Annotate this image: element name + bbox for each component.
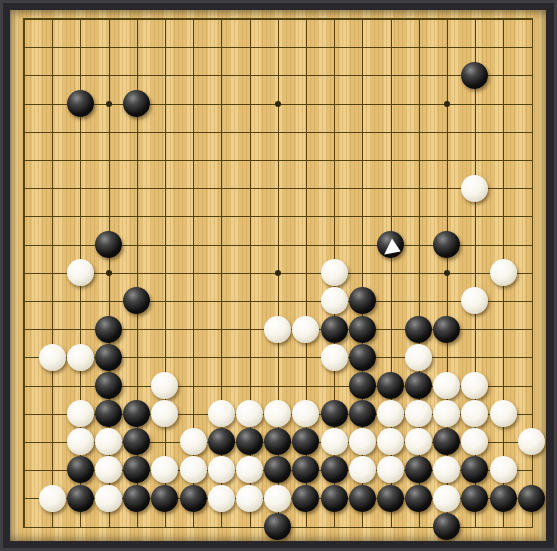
intersection[interactable]	[348, 118, 376, 146]
intersection[interactable]	[235, 5, 263, 33]
intersection[interactable]	[433, 202, 461, 230]
intersection[interactable]	[235, 230, 263, 258]
intersection[interactable]	[94, 146, 122, 174]
intersection[interactable]	[348, 287, 376, 315]
intersection[interactable]	[320, 287, 348, 315]
intersection[interactable]	[489, 118, 517, 146]
intersection[interactable]	[151, 287, 179, 315]
intersection[interactable]	[94, 230, 122, 258]
intersection[interactable]	[405, 146, 433, 174]
intersection[interactable]	[179, 315, 207, 343]
intersection[interactable]	[376, 118, 404, 146]
intersection[interactable]	[235, 484, 263, 512]
intersection[interactable]	[264, 61, 292, 89]
intersection[interactable]	[94, 371, 122, 399]
intersection[interactable]	[405, 33, 433, 61]
intersection[interactable]	[66, 118, 94, 146]
intersection[interactable]	[179, 456, 207, 484]
intersection[interactable]	[292, 428, 320, 456]
intersection[interactable]	[517, 343, 545, 371]
intersection[interactable]	[179, 174, 207, 202]
intersection[interactable]	[461, 146, 489, 174]
intersection[interactable]	[179, 484, 207, 512]
intersection[interactable]	[405, 259, 433, 287]
intersection[interactable]	[292, 484, 320, 512]
intersection[interactable]	[292, 371, 320, 399]
intersection[interactable]	[405, 61, 433, 89]
intersection[interactable]	[376, 343, 404, 371]
intersection[interactable]	[348, 371, 376, 399]
intersection[interactable]	[320, 202, 348, 230]
intersection[interactable]	[10, 428, 38, 456]
intersection[interactable]	[66, 512, 94, 540]
intersection[interactable]	[94, 33, 122, 61]
intersection[interactable]	[264, 89, 292, 117]
intersection[interactable]	[123, 484, 151, 512]
intersection[interactable]	[94, 456, 122, 484]
intersection[interactable]	[433, 230, 461, 258]
intersection[interactable]	[320, 343, 348, 371]
intersection[interactable]	[66, 5, 94, 33]
intersection[interactable]	[207, 400, 235, 428]
intersection[interactable]	[151, 484, 179, 512]
intersection[interactable]	[235, 146, 263, 174]
intersection[interactable]	[489, 89, 517, 117]
intersection[interactable]	[320, 484, 348, 512]
intersection[interactable]	[94, 174, 122, 202]
intersection[interactable]	[151, 202, 179, 230]
intersection[interactable]	[207, 5, 235, 33]
intersection[interactable]	[235, 512, 263, 540]
intersection[interactable]	[207, 512, 235, 540]
intersection[interactable]	[433, 484, 461, 512]
intersection[interactable]	[461, 512, 489, 540]
intersection[interactable]	[38, 61, 66, 89]
intersection[interactable]	[461, 287, 489, 315]
intersection[interactable]	[320, 61, 348, 89]
intersection[interactable]	[235, 259, 263, 287]
intersection[interactable]	[264, 371, 292, 399]
intersection[interactable]	[489, 456, 517, 484]
intersection[interactable]	[207, 371, 235, 399]
intersection[interactable]	[235, 118, 263, 146]
intersection[interactable]	[207, 61, 235, 89]
intersection[interactable]	[94, 315, 122, 343]
intersection[interactable]	[489, 371, 517, 399]
intersection[interactable]	[405, 202, 433, 230]
intersection[interactable]	[66, 146, 94, 174]
intersection[interactable]	[376, 287, 404, 315]
intersection[interactable]	[151, 33, 179, 61]
intersection[interactable]	[405, 315, 433, 343]
intersection[interactable]	[235, 287, 263, 315]
intersection[interactable]	[123, 343, 151, 371]
intersection[interactable]	[10, 230, 38, 258]
intersection[interactable]	[320, 230, 348, 258]
intersection[interactable]	[292, 400, 320, 428]
intersection[interactable]	[94, 202, 122, 230]
intersection[interactable]	[235, 428, 263, 456]
intersection[interactable]	[461, 5, 489, 33]
intersection[interactable]	[235, 456, 263, 484]
intersection[interactable]	[66, 371, 94, 399]
intersection[interactable]	[123, 5, 151, 33]
intersection[interactable]	[376, 230, 404, 258]
intersection[interactable]	[264, 287, 292, 315]
intersection[interactable]	[348, 456, 376, 484]
intersection[interactable]	[10, 512, 38, 540]
intersection[interactable]	[207, 146, 235, 174]
intersection[interactable]	[405, 230, 433, 258]
intersection[interactable]	[10, 259, 38, 287]
intersection[interactable]	[292, 118, 320, 146]
intersection[interactable]	[123, 89, 151, 117]
intersection[interactable]	[433, 512, 461, 540]
intersection[interactable]	[292, 456, 320, 484]
intersection[interactable]	[489, 33, 517, 61]
intersection[interactable]	[123, 33, 151, 61]
intersection[interactable]	[151, 89, 179, 117]
intersection[interactable]	[207, 259, 235, 287]
intersection[interactable]	[517, 61, 545, 89]
intersection[interactable]	[123, 259, 151, 287]
intersection[interactable]	[94, 259, 122, 287]
intersection[interactable]	[517, 428, 545, 456]
intersection[interactable]	[123, 61, 151, 89]
intersection[interactable]	[320, 259, 348, 287]
intersection[interactable]	[264, 33, 292, 61]
intersection[interactable]	[179, 33, 207, 61]
intersection[interactable]	[292, 61, 320, 89]
intersection[interactable]	[10, 456, 38, 484]
intersection[interactable]	[38, 118, 66, 146]
intersection[interactable]	[320, 33, 348, 61]
intersection[interactable]	[264, 315, 292, 343]
intersection[interactable]	[264, 118, 292, 146]
intersection[interactable]	[461, 259, 489, 287]
intersection[interactable]	[517, 174, 545, 202]
intersection[interactable]	[461, 202, 489, 230]
intersection[interactable]	[320, 371, 348, 399]
intersection[interactable]	[10, 174, 38, 202]
intersection[interactable]	[207, 315, 235, 343]
intersection[interactable]	[151, 371, 179, 399]
intersection[interactable]	[94, 118, 122, 146]
intersection[interactable]	[376, 315, 404, 343]
intersection[interactable]	[123, 456, 151, 484]
intersection[interactable]	[489, 61, 517, 89]
intersection[interactable]	[207, 484, 235, 512]
intersection[interactable]	[292, 33, 320, 61]
intersection[interactable]	[376, 89, 404, 117]
intersection[interactable]	[320, 428, 348, 456]
intersection[interactable]	[320, 146, 348, 174]
intersection[interactable]	[433, 400, 461, 428]
intersection[interactable]	[179, 118, 207, 146]
intersection[interactable]	[489, 5, 517, 33]
intersection[interactable]	[376, 371, 404, 399]
intersection[interactable]	[179, 400, 207, 428]
intersection[interactable]	[179, 512, 207, 540]
intersection[interactable]	[207, 287, 235, 315]
intersection[interactable]	[235, 371, 263, 399]
intersection[interactable]	[348, 174, 376, 202]
intersection[interactable]	[433, 89, 461, 117]
intersection[interactable]	[10, 5, 38, 33]
intersection[interactable]	[66, 428, 94, 456]
intersection[interactable]	[348, 315, 376, 343]
intersection[interactable]	[151, 428, 179, 456]
intersection[interactable]	[292, 146, 320, 174]
intersection[interactable]	[517, 400, 545, 428]
intersection[interactable]	[264, 202, 292, 230]
intersection[interactable]	[151, 512, 179, 540]
intersection[interactable]	[151, 118, 179, 146]
intersection[interactable]	[38, 202, 66, 230]
intersection[interactable]	[433, 428, 461, 456]
intersection[interactable]	[94, 343, 122, 371]
intersection[interactable]	[94, 400, 122, 428]
intersection[interactable]	[489, 174, 517, 202]
intersection[interactable]	[517, 146, 545, 174]
intersection[interactable]	[433, 287, 461, 315]
intersection[interactable]	[517, 259, 545, 287]
intersection[interactable]	[461, 484, 489, 512]
intersection[interactable]	[461, 33, 489, 61]
intersection[interactable]	[348, 343, 376, 371]
intersection[interactable]	[348, 61, 376, 89]
intersection[interactable]	[207, 174, 235, 202]
intersection[interactable]	[517, 371, 545, 399]
intersection[interactable]	[376, 400, 404, 428]
intersection[interactable]	[151, 5, 179, 33]
intersection[interactable]	[94, 89, 122, 117]
intersection[interactable]	[376, 259, 404, 287]
intersection[interactable]	[66, 287, 94, 315]
intersection[interactable]	[38, 230, 66, 258]
intersection[interactable]	[123, 512, 151, 540]
intersection[interactable]	[179, 259, 207, 287]
intersection[interactable]	[517, 89, 545, 117]
intersection[interactable]	[94, 428, 122, 456]
intersection[interactable]	[433, 5, 461, 33]
intersection[interactable]	[66, 343, 94, 371]
intersection[interactable]	[207, 343, 235, 371]
intersection[interactable]	[405, 174, 433, 202]
intersection[interactable]	[433, 371, 461, 399]
intersection[interactable]	[264, 400, 292, 428]
intersection[interactable]	[376, 428, 404, 456]
intersection[interactable]	[179, 5, 207, 33]
intersection[interactable]	[151, 315, 179, 343]
intersection[interactable]	[517, 230, 545, 258]
intersection[interactable]	[123, 400, 151, 428]
intersection[interactable]	[292, 230, 320, 258]
intersection[interactable]	[292, 343, 320, 371]
intersection[interactable]	[264, 456, 292, 484]
intersection[interactable]	[151, 400, 179, 428]
intersection[interactable]	[66, 230, 94, 258]
intersection[interactable]	[179, 61, 207, 89]
intersection[interactable]	[10, 89, 38, 117]
intersection[interactable]	[320, 315, 348, 343]
intersection[interactable]	[151, 343, 179, 371]
intersection[interactable]	[66, 33, 94, 61]
intersection[interactable]	[264, 259, 292, 287]
intersection[interactable]	[207, 89, 235, 117]
intersection[interactable]	[517, 118, 545, 146]
intersection[interactable]	[123, 118, 151, 146]
intersection[interactable]	[348, 89, 376, 117]
intersection[interactable]	[517, 484, 545, 512]
intersection[interactable]	[348, 428, 376, 456]
intersection[interactable]	[461, 89, 489, 117]
intersection[interactable]	[38, 428, 66, 456]
intersection[interactable]	[292, 512, 320, 540]
intersection[interactable]	[433, 118, 461, 146]
intersection[interactable]	[489, 259, 517, 287]
intersection[interactable]	[235, 400, 263, 428]
intersection[interactable]	[235, 89, 263, 117]
intersection[interactable]	[292, 287, 320, 315]
intersection[interactable]	[376, 512, 404, 540]
intersection[interactable]	[517, 5, 545, 33]
intersection[interactable]	[461, 174, 489, 202]
intersection[interactable]	[235, 174, 263, 202]
intersection[interactable]	[461, 428, 489, 456]
intersection[interactable]	[320, 5, 348, 33]
intersection[interactable]	[38, 484, 66, 512]
intersection[interactable]	[348, 400, 376, 428]
intersection[interactable]	[489, 287, 517, 315]
intersection[interactable]	[38, 174, 66, 202]
intersection[interactable]	[433, 33, 461, 61]
intersection[interactable]	[66, 89, 94, 117]
intersection[interactable]	[461, 230, 489, 258]
intersection[interactable]	[94, 61, 122, 89]
intersection[interactable]	[517, 202, 545, 230]
intersection[interactable]	[348, 484, 376, 512]
intersection[interactable]	[123, 428, 151, 456]
intersection[interactable]	[264, 174, 292, 202]
intersection[interactable]	[10, 400, 38, 428]
intersection[interactable]	[38, 5, 66, 33]
intersection[interactable]	[264, 5, 292, 33]
intersection[interactable]	[433, 343, 461, 371]
intersection[interactable]	[66, 174, 94, 202]
intersection[interactable]	[405, 428, 433, 456]
intersection[interactable]	[151, 61, 179, 89]
intersection[interactable]	[517, 456, 545, 484]
intersection[interactable]	[38, 400, 66, 428]
intersection[interactable]	[38, 456, 66, 484]
intersection[interactable]	[348, 33, 376, 61]
intersection[interactable]	[376, 146, 404, 174]
intersection[interactable]	[433, 61, 461, 89]
intersection[interactable]	[66, 315, 94, 343]
intersection[interactable]	[517, 287, 545, 315]
intersection[interactable]	[94, 512, 122, 540]
intersection[interactable]	[292, 174, 320, 202]
intersection[interactable]	[348, 202, 376, 230]
intersection[interactable]	[489, 484, 517, 512]
intersection[interactable]	[517, 512, 545, 540]
intersection[interactable]	[38, 146, 66, 174]
intersection[interactable]	[433, 315, 461, 343]
intersection[interactable]	[207, 118, 235, 146]
intersection[interactable]	[235, 33, 263, 61]
intersection[interactable]	[207, 428, 235, 456]
intersection[interactable]	[348, 512, 376, 540]
intersection[interactable]	[10, 484, 38, 512]
intersection[interactable]	[10, 287, 38, 315]
intersection[interactable]	[179, 343, 207, 371]
intersection[interactable]	[320, 118, 348, 146]
intersection[interactable]	[489, 146, 517, 174]
intersection[interactable]	[405, 512, 433, 540]
intersection[interactable]	[264, 146, 292, 174]
intersection[interactable]	[461, 61, 489, 89]
intersection[interactable]	[320, 400, 348, 428]
intersection[interactable]	[151, 456, 179, 484]
intersection[interactable]	[235, 61, 263, 89]
intersection[interactable]	[320, 89, 348, 117]
intersection[interactable]	[264, 230, 292, 258]
intersection[interactable]	[151, 259, 179, 287]
intersection[interactable]	[10, 315, 38, 343]
intersection[interactable]	[94, 484, 122, 512]
intersection[interactable]	[348, 146, 376, 174]
intersection[interactable]	[179, 428, 207, 456]
intersection[interactable]	[348, 5, 376, 33]
intersection[interactable]	[461, 456, 489, 484]
intersection[interactable]	[66, 456, 94, 484]
intersection[interactable]	[405, 5, 433, 33]
intersection[interactable]	[38, 343, 66, 371]
intersection[interactable]	[264, 484, 292, 512]
intersection[interactable]	[123, 230, 151, 258]
intersection[interactable]	[179, 89, 207, 117]
intersection[interactable]	[517, 33, 545, 61]
intersection[interactable]	[38, 259, 66, 287]
intersection[interactable]	[66, 61, 94, 89]
intersection[interactable]	[489, 400, 517, 428]
intersection[interactable]	[179, 371, 207, 399]
intersection[interactable]	[433, 259, 461, 287]
intersection[interactable]	[38, 287, 66, 315]
intersection[interactable]	[405, 89, 433, 117]
intersection[interactable]	[10, 371, 38, 399]
intersection[interactable]	[179, 230, 207, 258]
intersection[interactable]	[10, 146, 38, 174]
intersection[interactable]	[179, 287, 207, 315]
intersection[interactable]	[489, 202, 517, 230]
intersection[interactable]	[179, 146, 207, 174]
intersection[interactable]	[461, 118, 489, 146]
intersection[interactable]	[376, 174, 404, 202]
intersection[interactable]	[433, 456, 461, 484]
intersection[interactable]	[376, 5, 404, 33]
intersection[interactable]	[405, 287, 433, 315]
intersection[interactable]	[235, 315, 263, 343]
intersection[interactable]	[489, 343, 517, 371]
intersection[interactable]	[10, 202, 38, 230]
intersection[interactable]	[461, 371, 489, 399]
intersection[interactable]	[235, 202, 263, 230]
intersection[interactable]	[489, 230, 517, 258]
intersection[interactable]	[123, 287, 151, 315]
intersection[interactable]	[123, 371, 151, 399]
